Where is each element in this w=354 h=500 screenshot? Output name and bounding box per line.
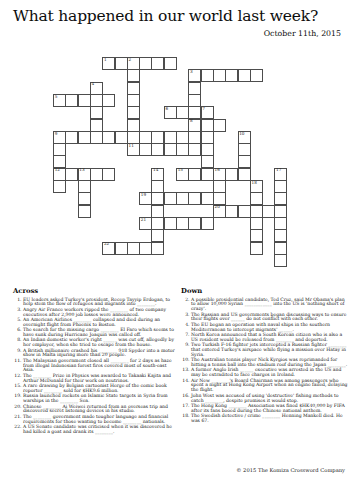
grid-cell-r10c8[interactable] xyxy=(151,180,164,193)
clue-across-9: 9.A British millionaire crashed his ____… xyxy=(13,349,179,359)
grid-cell-r13c18[interactable] xyxy=(274,217,287,230)
grid-cell-r7c0[interactable] xyxy=(53,143,66,156)
clue-text: The Russian and US governments began dis… xyxy=(191,312,346,322)
grid-cell-r6c12[interactable] xyxy=(201,131,214,144)
across-clues-section: Across 1.EU leaders asked Turkey's presi… xyxy=(13,287,179,435)
grid-cell-r16c18[interactable] xyxy=(274,254,287,267)
clue-number: 9. xyxy=(181,343,190,348)
grid-cell-r11c18[interactable] xyxy=(274,192,287,205)
grid-cell-r9c15[interactable] xyxy=(238,168,251,181)
cell-number-8: 8 xyxy=(190,119,193,124)
grid-cell-r9c2[interactable]: 13 xyxy=(78,168,91,181)
clue-number: 10. xyxy=(181,358,190,363)
clue-text: Two Turkish F-16 fighter jets intercepte… xyxy=(191,342,346,357)
grid-cell-r3c3[interactable] xyxy=(90,94,103,107)
cell-number-7: 7 xyxy=(202,107,205,112)
cell-number-12: 12 xyxy=(55,168,60,173)
clue-text: EU leaders asked Turkey's president, Rec… xyxy=(23,297,170,307)
clue-number: 3. xyxy=(181,313,190,318)
cell-number-9: 9 xyxy=(55,132,58,137)
grid-cell-r10c16[interactable]: 18 xyxy=(250,180,263,193)
grid-cell-r1c11[interactable]: 3 xyxy=(188,69,201,82)
clue-number: 22. xyxy=(13,425,22,430)
grid-cell-r13c12[interactable] xyxy=(201,217,214,230)
clue-text: North Korea announced that a South Korea… xyxy=(191,332,342,342)
grid-cell-r12c16[interactable] xyxy=(250,205,263,218)
clue-across-19: 19.Russia launched rockets on Islamic St… xyxy=(13,394,179,404)
grid-cell-r1c15[interactable] xyxy=(238,69,251,82)
grid-cell-r6c11[interactable] xyxy=(188,131,201,144)
grid-cell-r7c10[interactable] xyxy=(176,143,189,156)
grid-cell-r9c3[interactable] xyxy=(90,168,103,181)
grid-cell-r0c5[interactable] xyxy=(115,57,128,70)
grid-cell-r11c2[interactable] xyxy=(78,192,91,205)
across-header: Across xyxy=(13,287,179,295)
grid-cell-r9c1[interactable] xyxy=(65,168,78,181)
grid-cell-r0c6[interactable]: 2 xyxy=(127,57,140,70)
grid-cell-r9c12[interactable] xyxy=(201,168,214,181)
clue-text: The EU began an operation with naval shi… xyxy=(191,322,330,332)
grid-cell-r11c9[interactable] xyxy=(164,192,177,205)
clue-number: 18. xyxy=(181,414,190,419)
grid-cell-r13c11[interactable] xyxy=(188,217,201,230)
clue-down-3: 3.The Russian and US governments began d… xyxy=(181,313,349,323)
clue-text: The ________ Prize in Physics was awarde… xyxy=(23,373,171,383)
grid-cell-r12c18[interactable] xyxy=(274,205,287,218)
grid-cell-r6c5[interactable] xyxy=(115,131,128,144)
grid-cell-r4c9[interactable]: 6 xyxy=(164,106,177,119)
grid-cell-r9c14[interactable] xyxy=(225,168,238,181)
grid-cell-r14c18[interactable] xyxy=(274,229,287,242)
grid-cell-r2c6[interactable] xyxy=(127,82,140,95)
grid-cell-r2c11[interactable] xyxy=(188,82,201,95)
cell-number-21: 21 xyxy=(141,218,146,223)
cell-number-17: 17 xyxy=(276,168,281,173)
clue-text: Chinese ________ Ai Weiwei returned from… xyxy=(23,404,168,414)
clue-text: A possible presidential candidate, Ted C… xyxy=(191,297,345,312)
grid-cell-r4c12[interactable]: 7 xyxy=(201,106,214,119)
grid-cell-r8c12[interactable] xyxy=(201,155,214,168)
grid-cell-r9c13[interactable]: 16 xyxy=(213,168,226,181)
clue-number: 20. xyxy=(13,405,22,410)
clue-text: The search for the missing cargo _______… xyxy=(23,327,174,337)
grid-cell-r10c18[interactable] xyxy=(274,180,287,193)
grid-cell-r10c2[interactable] xyxy=(78,180,91,193)
cell-number-16: 16 xyxy=(215,168,220,173)
grid-cell-r7c7[interactable] xyxy=(139,143,152,156)
cell-number-2: 2 xyxy=(128,58,131,63)
grid-cell-r6c1[interactable] xyxy=(65,131,78,144)
clue-text: Russia launched rockets on Islamic State… xyxy=(23,393,168,403)
clue-number: 4. xyxy=(181,323,190,328)
grid-cell-r8c15[interactable] xyxy=(238,155,251,168)
grid-cell-r0c4[interactable]: 1 xyxy=(102,57,115,70)
clue-number: 6. xyxy=(13,328,22,333)
grid-cell-r5c13[interactable] xyxy=(213,119,226,132)
grid-cell-r7c12[interactable] xyxy=(201,143,214,156)
cell-number-14: 14 xyxy=(153,168,158,173)
cell-number-18: 18 xyxy=(251,181,256,186)
grid-cell-r6c10[interactable] xyxy=(176,131,189,144)
grid-cell-r12c15[interactable] xyxy=(238,205,251,218)
clue-number: 3. xyxy=(13,308,22,313)
cell-number-1: 1 xyxy=(104,58,107,63)
clue-across-5: 5.An American Airlines ________ collapse… xyxy=(13,318,179,328)
clue-down-16: 16.John West was accused of using 'destr… xyxy=(181,394,349,404)
grid-cell-r12c13[interactable]: 20 xyxy=(213,205,226,218)
clue-text: Angry Air France workers ripped the ____… xyxy=(23,307,166,317)
clue-down-4: 4.The EU began an operation with naval s… xyxy=(181,323,349,333)
grid-cell-r12c17[interactable] xyxy=(262,205,275,218)
cell-number-13: 13 xyxy=(79,168,84,173)
grid-cell-r12c8[interactable] xyxy=(151,205,164,218)
grid-cell-r0c9[interactable] xyxy=(164,57,177,70)
clue-text: A former Anglo Irish ______ executive wa… xyxy=(191,367,341,377)
grid-cell-r15c7[interactable] xyxy=(139,242,152,255)
clue-down-7: 7.North Korea announced that a South Kor… xyxy=(181,333,349,343)
clue-number: 7. xyxy=(181,333,190,338)
grid-cell-r6c2[interactable] xyxy=(78,131,91,144)
clue-text: The Swedish detective / crime ________ H… xyxy=(191,413,343,423)
grid-cell-r4c3[interactable] xyxy=(90,106,103,119)
clue-down-2: 2.A possible presidential candidate, Ted… xyxy=(181,298,349,312)
grid-cell-r6c15[interactable]: 10 xyxy=(238,131,251,144)
down-clues-section: Down 2.A possible presidential candidate… xyxy=(181,287,349,424)
grid-cell-r4c6[interactable] xyxy=(127,106,140,119)
clue-down-14: 14.Air New ________'s Board Chairman was… xyxy=(181,379,349,393)
clue-across-22: 22.A US Senate candidate was criticised … xyxy=(13,425,179,435)
cell-number-10: 10 xyxy=(239,132,244,137)
grid-cell-r11c12[interactable] xyxy=(201,192,214,205)
clue-text: An Indian domestic worker's right ______… xyxy=(23,337,174,347)
clue-number: 8. xyxy=(13,338,22,343)
grid-cell-r6c4[interactable] xyxy=(102,131,115,144)
grid-cell-r1c16[interactable] xyxy=(250,69,263,82)
clue-down-10: 10.The Australian tennis player Nick Kyr… xyxy=(181,358,349,368)
grid-cell-r10c13[interactable] xyxy=(213,180,226,193)
grid-cell-r7c6[interactable]: 11 xyxy=(127,143,140,156)
grid-cell-r6c3[interactable] xyxy=(90,131,103,144)
clue-number: 5. xyxy=(13,318,22,323)
clue-across-20: 20.Chinese ________ Ai Weiwei returned f… xyxy=(13,405,179,415)
clue-number: 15. xyxy=(13,384,22,389)
grid-cell-r6c6[interactable] xyxy=(127,131,140,144)
grid-cell-r6c9[interactable] xyxy=(164,131,177,144)
clue-down-9: 9.Two Turkish F-16 fighter jets intercep… xyxy=(181,343,349,357)
grid-cell-r13c8[interactable] xyxy=(151,217,164,230)
clue-text: A US Senate candidate was criticised whe… xyxy=(23,424,172,434)
down-header: Down xyxy=(181,287,349,295)
grid-cell-r15c16[interactable] xyxy=(250,242,263,255)
clue-number: 11. xyxy=(13,359,22,364)
grid-cell-r6c0[interactable]: 9 xyxy=(53,131,66,144)
grid-cell-r3c2[interactable] xyxy=(78,94,91,107)
grid-cell-r15c8[interactable] xyxy=(151,242,164,255)
cell-number-11: 11 xyxy=(128,144,133,149)
clue-down-17: 17.The Hong Kong ________ Association wa… xyxy=(181,404,349,414)
cell-number-19: 19 xyxy=(141,193,146,198)
grid-cell-r1c6[interactable] xyxy=(127,69,140,82)
grid-cell-r13c9[interactable] xyxy=(164,217,177,230)
clue-across-3: 3.Angry Air France workers ripped the __… xyxy=(13,308,179,318)
grid-cell-r7c9[interactable] xyxy=(164,143,177,156)
clue-across-15: 15.A rare drawing by Belgian cartoonist … xyxy=(13,384,179,394)
grid-cell-r13c16[interactable] xyxy=(250,217,263,230)
clue-number: 21. xyxy=(13,415,22,420)
grid-cell-r11c8[interactable] xyxy=(151,192,164,205)
grid-cell-r7c15[interactable] xyxy=(238,143,251,156)
cell-number-4: 4 xyxy=(92,82,95,87)
grid-cell-r9c0[interactable]: 12 xyxy=(53,168,66,181)
grid-cell-r9c8[interactable]: 14 xyxy=(151,168,164,181)
grid-cell-r5c12[interactable] xyxy=(201,119,214,132)
cell-number-5: 5 xyxy=(55,95,58,100)
clue-across-1: 1.EU leaders asked Turkey's president, R… xyxy=(13,298,179,308)
grid-cell-r14c16[interactable] xyxy=(250,229,263,242)
grid-cell-r15c4[interactable]: 22 xyxy=(102,242,115,255)
grid-cell-r15c18[interactable] xyxy=(274,242,287,255)
grid-cell-r6c8[interactable] xyxy=(151,131,164,144)
clue-number: 9. xyxy=(13,349,22,354)
clue-number: 19. xyxy=(13,394,22,399)
clue-number: 13. xyxy=(181,368,190,373)
grid-cell-r12c2[interactable] xyxy=(78,205,91,218)
clue-text: A rare drawing by Belgian cartoonist Her… xyxy=(23,383,167,393)
page-date: October 11th, 2015 xyxy=(264,29,341,38)
clue-across-12: 12.The ________ Prize in Physics was awa… xyxy=(13,374,179,384)
clue-text: The Hong Kong ________ Association was f… xyxy=(191,403,345,413)
grid-cell-r6c7[interactable] xyxy=(139,131,152,144)
grid-cell-r13c10[interactable] xyxy=(176,217,189,230)
clue-text: Air New ________'s Board Chairman was am… xyxy=(191,378,348,393)
cell-number-3: 3 xyxy=(190,70,193,75)
grid-cell-r3c11[interactable] xyxy=(188,94,201,107)
clue-text: The Australian tennis player Nick Kyrgio… xyxy=(191,357,347,367)
grid-cell-r15c6[interactable] xyxy=(127,242,140,255)
grid-cell-r9c18[interactable]: 17 xyxy=(274,168,287,181)
grid-cell-r9c10[interactable]: 15 xyxy=(176,168,189,181)
grid-cell-r3c4[interactable] xyxy=(102,94,115,107)
cell-number-15: 15 xyxy=(178,168,183,173)
clue-across-6: 6.The search for the missing cargo _____… xyxy=(13,328,179,338)
grid-cell-r1c13[interactable] xyxy=(213,69,226,82)
crossword-page: What happened in our world last week? Oc… xyxy=(0,0,354,500)
clue-number: 16. xyxy=(181,394,190,399)
grid-cell-r1c12[interactable] xyxy=(201,69,214,82)
grid-cell-r5c6[interactable] xyxy=(127,119,140,132)
grid-cell-r14c8[interactable] xyxy=(151,229,164,242)
grid-cell-r12c14[interactable] xyxy=(225,205,238,218)
clue-number: 14. xyxy=(181,379,190,384)
footer-copyright: © 2015 The Komiza Crossword Company xyxy=(236,467,345,473)
cell-number-22: 22 xyxy=(104,242,109,247)
grid-cell-r9c4[interactable] xyxy=(102,168,115,181)
clue-down-18: 18.The Swedish detective / crime _______… xyxy=(181,414,349,424)
grid-cell-r11c10[interactable] xyxy=(176,192,189,205)
grid-cell-r11c7[interactable]: 19 xyxy=(139,192,152,205)
clue-text: The Malaysian government closed all ____… xyxy=(23,358,172,373)
clue-down-13: 13.A former Anglo Irish ______ executive… xyxy=(181,368,349,378)
clue-number: 17. xyxy=(181,404,190,409)
clue-number: 12. xyxy=(13,374,22,379)
clue-number: 1. xyxy=(13,298,22,303)
clue-text: An American Airlines ________ collapsed … xyxy=(23,317,160,327)
clue-across-8: 8.An Indian domestic worker's right ____… xyxy=(13,338,179,348)
grid-cell-r1c14[interactable] xyxy=(225,69,238,82)
cell-number-20: 20 xyxy=(215,205,220,210)
grid-cell-r9c11[interactable] xyxy=(188,168,201,181)
grid-cell-r5c11[interactable]: 8 xyxy=(188,119,201,132)
clue-number: 2. xyxy=(181,298,190,303)
page-title: What happened in our world last week? xyxy=(13,7,318,25)
clue-text: A British millionaire crashed his ______… xyxy=(23,348,175,358)
clue-text: The ________ government made tougher lan… xyxy=(23,414,168,424)
across-clue-list: 1.EU leaders asked Turkey's president, R… xyxy=(13,298,179,435)
down-clue-list: 2.A possible presidential candidate, Ted… xyxy=(181,298,349,424)
grid-cell-r0c7[interactable] xyxy=(139,57,152,70)
grid-cell-r3c6[interactable] xyxy=(127,94,140,107)
cell-number-6: 6 xyxy=(165,107,168,112)
grid-cell-r11c16[interactable] xyxy=(250,192,263,205)
grid-cell-r13c7[interactable]: 21 xyxy=(139,217,152,230)
grid-cell-r10c0[interactable] xyxy=(53,180,66,193)
grid-cell-r3c1[interactable] xyxy=(65,94,78,107)
grid-cell-r7c8[interactable] xyxy=(151,143,164,156)
grid-cell-r5c3[interactable] xyxy=(90,119,103,132)
clue-across-11: 11.The Malaysian government closed all _… xyxy=(13,359,179,373)
grid-cell-r7c11[interactable] xyxy=(188,143,201,156)
grid-cell-r0c8[interactable] xyxy=(151,57,164,70)
crossword-grid: 12345678910111213141516171819202122 xyxy=(53,57,288,267)
grid-cell-r11c11[interactable] xyxy=(188,192,201,205)
grid-cell-r2c3[interactable]: 4 xyxy=(90,82,103,95)
grid-cell-r15c5[interactable] xyxy=(115,242,128,255)
grid-cell-r4c10[interactable] xyxy=(176,106,189,119)
clue-across-21: 21.The ________ government made tougher … xyxy=(13,415,179,425)
clue-text: John West was accused of using 'destruct… xyxy=(191,393,339,403)
grid-cell-r3c0[interactable]: 5 xyxy=(53,94,66,107)
